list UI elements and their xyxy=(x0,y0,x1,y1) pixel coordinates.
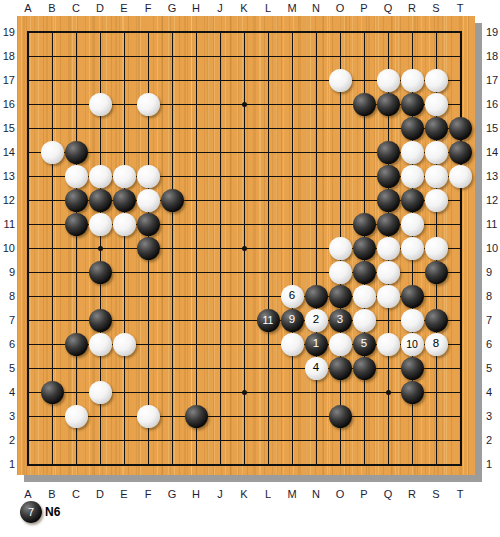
coord-label: P xyxy=(360,2,367,14)
move-number-label: 8 xyxy=(433,338,439,350)
white-stone-S16[interactable] xyxy=(425,93,448,116)
coord-label: 9 xyxy=(486,266,492,278)
coord-label: M xyxy=(287,2,296,14)
black-stone-C6[interactable] xyxy=(65,333,88,356)
white-stone-R10[interactable] xyxy=(401,237,424,260)
black-stone-C12[interactable] xyxy=(65,189,88,212)
black-stone-N8[interactable] xyxy=(305,285,328,308)
black-stone-R4[interactable] xyxy=(401,381,424,404)
coord-label: 14 xyxy=(486,146,498,158)
black-stone-N6[interactable]: 1 xyxy=(305,333,328,356)
white-stone-T13[interactable] xyxy=(449,165,472,188)
black-stone-F10[interactable] xyxy=(137,237,160,260)
grid-line xyxy=(316,32,317,465)
white-stone-E13[interactable] xyxy=(113,165,136,188)
white-stone-D16[interactable] xyxy=(89,93,112,116)
white-stone-O6[interactable] xyxy=(329,333,352,356)
grid-line xyxy=(460,32,461,465)
coord-label: 13 xyxy=(3,170,15,182)
coord-label: 15 xyxy=(486,122,498,134)
coord-label: 6 xyxy=(486,338,492,350)
white-stone-Q9[interactable] xyxy=(377,261,400,284)
coord-label: 16 xyxy=(3,98,15,110)
go-kifu-diagram: 611923151084 AABBCCDDEEFFGGHHJJKKLLMMNNO… xyxy=(0,0,500,537)
coord-label: B xyxy=(48,2,55,14)
black-stone-D7[interactable] xyxy=(89,309,112,332)
white-stone-E6[interactable] xyxy=(113,333,136,356)
black-stone-R12[interactable] xyxy=(401,189,424,212)
coord-label: 18 xyxy=(3,50,15,62)
white-stone-S10[interactable] xyxy=(425,237,448,260)
coord-label: 4 xyxy=(9,386,15,398)
white-stone-S6[interactable]: 8 xyxy=(425,333,448,356)
black-stone-R5[interactable] xyxy=(401,357,424,380)
grid-line xyxy=(28,416,461,417)
coord-label: 12 xyxy=(3,194,15,206)
white-stone-R14[interactable] xyxy=(401,141,424,164)
black-stone-S9[interactable] xyxy=(425,261,448,284)
coord-label: 19 xyxy=(486,26,498,38)
black-stone-Q12[interactable] xyxy=(377,189,400,212)
white-stone-R11[interactable] xyxy=(401,213,424,236)
coord-label: T xyxy=(457,2,464,14)
coord-label: R xyxy=(408,488,416,500)
black-stone-F11[interactable] xyxy=(137,213,160,236)
coord-label: 17 xyxy=(3,74,15,86)
black-stone-T15[interactable] xyxy=(449,117,472,140)
white-stone-M8[interactable]: 6 xyxy=(281,285,304,308)
white-stone-O9[interactable] xyxy=(329,261,352,284)
coord-label: N xyxy=(312,488,320,500)
coord-label: Q xyxy=(384,488,393,500)
black-stone-D9[interactable] xyxy=(89,261,112,284)
coord-label: 17 xyxy=(486,74,498,86)
coord-label: 9 xyxy=(9,266,15,278)
black-stone-Q14[interactable] xyxy=(377,141,400,164)
white-stone-F12[interactable] xyxy=(137,189,160,212)
white-stone-E11[interactable] xyxy=(113,213,136,236)
white-stone-O10[interactable] xyxy=(329,237,352,260)
white-stone-D4[interactable] xyxy=(89,381,112,404)
coord-label: L xyxy=(265,488,271,500)
coord-label: 3 xyxy=(486,410,492,422)
coord-label: 18 xyxy=(486,50,498,62)
caption-move-coordinate: N6 xyxy=(45,505,60,519)
black-stone-T14[interactable] xyxy=(449,141,472,164)
coord-label: G xyxy=(168,2,177,14)
coord-label: S xyxy=(432,2,439,14)
coord-label: 10 xyxy=(3,242,15,254)
white-stone-R7[interactable] xyxy=(401,309,424,332)
coord-label: F xyxy=(145,488,152,500)
white-stone-R13[interactable] xyxy=(401,165,424,188)
coord-label: 16 xyxy=(486,98,498,110)
black-stone-C14[interactable] xyxy=(65,141,88,164)
white-stone-N5[interactable]: 4 xyxy=(305,357,328,380)
move-number-label: 5 xyxy=(361,338,367,350)
coord-label: L xyxy=(265,2,271,14)
coord-label: 8 xyxy=(486,290,492,302)
white-stone-S12[interactable] xyxy=(425,189,448,212)
white-stone-F16[interactable] xyxy=(137,93,160,116)
coord-label: F xyxy=(145,2,152,14)
white-stone-S13[interactable] xyxy=(425,165,448,188)
coord-label: E xyxy=(120,2,127,14)
white-stone-C3[interactable] xyxy=(65,405,88,428)
coord-label: S xyxy=(432,488,439,500)
grid-line xyxy=(28,464,461,465)
coord-label: C xyxy=(72,488,80,500)
grid-line xyxy=(28,440,461,441)
coord-label: J xyxy=(217,2,223,14)
black-stone-C11[interactable] xyxy=(65,213,88,236)
white-stone-M6[interactable] xyxy=(281,333,304,356)
grid-line xyxy=(28,368,461,369)
black-stone-B4[interactable] xyxy=(41,381,64,404)
move-number-label: 4 xyxy=(313,362,319,374)
coord-label: 3 xyxy=(9,410,15,422)
coord-label: 14 xyxy=(3,146,15,158)
coord-label: Q xyxy=(384,2,393,14)
coord-label: 7 xyxy=(486,314,492,326)
black-stone-P11[interactable] xyxy=(353,213,376,236)
grid-line xyxy=(268,32,269,465)
star-point xyxy=(386,390,391,395)
coord-label: 5 xyxy=(486,362,492,374)
black-stone-P5[interactable] xyxy=(353,357,376,380)
white-stone-P7[interactable] xyxy=(353,309,376,332)
black-stone-R15[interactable] xyxy=(401,117,424,140)
black-stone-R8[interactable] xyxy=(401,285,424,308)
coord-label: M xyxy=(287,488,296,500)
coord-label: 19 xyxy=(3,26,15,38)
white-stone-D13[interactable] xyxy=(89,165,112,188)
white-stone-B14[interactable] xyxy=(41,141,64,164)
white-stone-S17[interactable] xyxy=(425,69,448,92)
white-stone-C13[interactable] xyxy=(65,165,88,188)
coord-label: 7 xyxy=(9,314,15,326)
black-stone-O7[interactable]: 3 xyxy=(329,309,352,332)
white-stone-Q17[interactable] xyxy=(377,69,400,92)
coord-label: A xyxy=(24,488,31,500)
black-stone-H3[interactable] xyxy=(185,405,208,428)
white-stone-D11[interactable] xyxy=(89,213,112,236)
star-point xyxy=(242,390,247,395)
coord-label: T xyxy=(457,488,464,500)
coord-label: A xyxy=(24,2,31,14)
black-stone-S15[interactable] xyxy=(425,117,448,140)
white-stone-Q8[interactable] xyxy=(377,285,400,308)
move-number-label: 10 xyxy=(406,339,418,350)
coord-label: 6 xyxy=(9,338,15,350)
black-stone-E12[interactable] xyxy=(113,189,136,212)
black-stone-O8[interactable] xyxy=(329,285,352,308)
move-number-label: 2 xyxy=(313,314,319,326)
coord-label: K xyxy=(240,2,247,14)
coord-label: 2 xyxy=(486,434,492,446)
move-number-label: 3 xyxy=(337,314,343,326)
white-stone-R17[interactable] xyxy=(401,69,424,92)
coord-label: E xyxy=(120,488,127,500)
coord-label: 13 xyxy=(486,170,498,182)
black-stone-G12[interactable] xyxy=(161,189,184,212)
coord-label: R xyxy=(408,2,416,14)
white-stone-R6[interactable]: 10 xyxy=(401,333,424,356)
white-stone-P8[interactable] xyxy=(353,285,376,308)
black-stone-P6[interactable]: 5 xyxy=(353,333,376,356)
coord-label: P xyxy=(360,488,367,500)
star-point xyxy=(98,246,103,251)
coord-label: G xyxy=(168,488,177,500)
white-stone-D6[interactable] xyxy=(89,333,112,356)
star-point xyxy=(242,246,247,251)
white-stone-O17[interactable] xyxy=(329,69,352,92)
coord-label: 11 xyxy=(486,218,497,230)
white-stone-F3[interactable] xyxy=(137,405,160,428)
coord-label: 4 xyxy=(486,386,492,398)
white-stone-F13[interactable] xyxy=(137,165,160,188)
coord-label: 10 xyxy=(486,242,498,254)
go-board[interactable]: 611923151084 xyxy=(17,16,475,475)
caption-move-number: 7 xyxy=(28,507,34,518)
black-stone-P10[interactable] xyxy=(353,237,376,260)
coord-label: D xyxy=(96,488,104,500)
coord-label: 1 xyxy=(9,458,15,470)
coord-label: J xyxy=(217,488,223,500)
move-number-label: 9 xyxy=(289,314,295,326)
coord-label: 1 xyxy=(486,458,492,470)
black-stone-Q16[interactable] xyxy=(377,93,400,116)
white-stone-S14[interactable] xyxy=(425,141,448,164)
coord-label: K xyxy=(240,488,247,500)
black-stone-P9[interactable] xyxy=(353,261,376,284)
coord-label: O xyxy=(336,488,345,500)
black-stone-S7[interactable] xyxy=(425,309,448,332)
black-stone-O5[interactable] xyxy=(329,357,352,380)
coord-label: B xyxy=(48,488,55,500)
black-stone-Q11[interactable] xyxy=(377,213,400,236)
black-stone-O3[interactable] xyxy=(329,405,352,428)
black-stone-Q13[interactable] xyxy=(377,165,400,188)
black-stone-L7[interactable]: 11 xyxy=(257,309,280,332)
coord-label: N xyxy=(312,2,320,14)
move-number-label: 6 xyxy=(289,290,295,302)
white-stone-N7[interactable]: 2 xyxy=(305,309,328,332)
move-number-label: 11 xyxy=(263,315,274,326)
grid-line xyxy=(292,32,293,465)
black-stone-P16[interactable] xyxy=(353,93,376,116)
coord-label: C xyxy=(72,2,80,14)
coord-label: H xyxy=(192,2,200,14)
black-stone-R16[interactable] xyxy=(401,93,424,116)
star-point xyxy=(242,102,247,107)
caption-move-stone: 7 xyxy=(20,501,42,523)
coord-label: 11 xyxy=(4,218,15,230)
coord-label: O xyxy=(336,2,345,14)
coord-label: 5 xyxy=(9,362,15,374)
coord-label: 12 xyxy=(486,194,498,206)
coord-label: 8 xyxy=(9,290,15,302)
coord-label: 2 xyxy=(9,434,15,446)
coord-label: 15 xyxy=(3,122,15,134)
move-number-label: 1 xyxy=(313,338,319,350)
coord-label: D xyxy=(96,2,104,14)
white-stone-Q10[interactable] xyxy=(377,237,400,260)
coord-label: H xyxy=(192,488,200,500)
white-stone-Q6[interactable] xyxy=(377,333,400,356)
black-stone-M7[interactable]: 9 xyxy=(281,309,304,332)
black-stone-D12[interactable] xyxy=(89,189,112,212)
